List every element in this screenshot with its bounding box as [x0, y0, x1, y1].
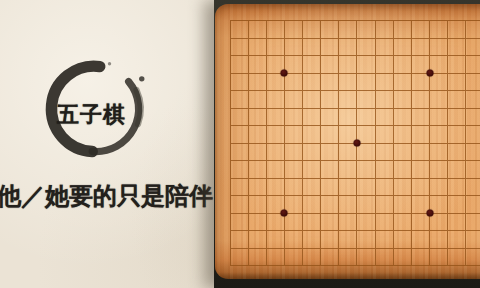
board-cell[interactable]	[231, 56, 249, 74]
board-cell[interactable]	[321, 196, 339, 214]
board-cell[interactable]	[448, 74, 466, 92]
board-cell[interactable]	[412, 231, 430, 249]
star-point	[426, 210, 433, 217]
board-cell[interactable]	[430, 144, 448, 162]
board-cell[interactable]	[249, 179, 267, 197]
board-cell[interactable]	[376, 109, 394, 127]
board-cell[interactable]	[394, 179, 412, 197]
board-cell[interactable]	[466, 179, 480, 197]
star-point	[426, 69, 433, 76]
board-cell[interactable]	[231, 179, 249, 197]
board-cell[interactable]	[394, 21, 412, 39]
board-intersections	[230, 20, 480, 266]
board-cell[interactable]	[321, 74, 339, 92]
board-cell[interactable]	[249, 249, 267, 267]
board-cell[interactable]	[466, 144, 480, 162]
board-cell[interactable]	[376, 161, 394, 179]
board-cell[interactable]	[339, 231, 357, 249]
board-cell[interactable]	[231, 21, 249, 39]
star-point	[281, 69, 288, 76]
board-cell[interactable]	[285, 126, 303, 144]
board-cell[interactable]	[412, 126, 430, 144]
board-cell[interactable]	[249, 231, 267, 249]
board-cell[interactable]	[412, 91, 430, 109]
app-title: 五子棋	[57, 100, 147, 130]
board-cell[interactable]	[303, 196, 321, 214]
board-cell[interactable]	[430, 126, 448, 144]
board-cell[interactable]	[249, 144, 267, 162]
board-cell[interactable]	[466, 126, 480, 144]
board-cell[interactable]	[430, 231, 448, 249]
board-cell[interactable]	[430, 249, 448, 267]
board-cell[interactable]	[249, 214, 267, 232]
board-cell[interactable]	[466, 74, 480, 92]
board-cell[interactable]	[376, 39, 394, 57]
board-cell[interactable]	[231, 196, 249, 214]
board-cell[interactable]	[394, 161, 412, 179]
star-point	[354, 140, 361, 147]
board-cell[interactable]	[267, 249, 285, 267]
board-cell[interactable]	[285, 109, 303, 127]
board-cell[interactable]	[448, 126, 466, 144]
board-cell[interactable]	[231, 144, 249, 162]
board-cell[interactable]	[339, 161, 357, 179]
board-cell[interactable]	[339, 196, 357, 214]
board-cell[interactable]	[412, 39, 430, 57]
board-cell[interactable]	[430, 214, 448, 232]
board-cell[interactable]	[267, 109, 285, 127]
board-cell[interactable]	[412, 161, 430, 179]
board-cell[interactable]	[321, 161, 339, 179]
board-cell[interactable]	[267, 231, 285, 249]
board-cell[interactable]	[303, 144, 321, 162]
board-cell[interactable]	[285, 179, 303, 197]
board-cell[interactable]	[466, 109, 480, 127]
board-cell[interactable]	[394, 126, 412, 144]
board-cell[interactable]	[466, 91, 480, 109]
board-cell[interactable]	[376, 21, 394, 39]
board-cell[interactable]	[321, 21, 339, 39]
board-cell[interactable]	[394, 74, 412, 92]
board-cell[interactable]	[376, 214, 394, 232]
board-cell[interactable]	[430, 179, 448, 197]
board-cell[interactable]	[321, 231, 339, 249]
board-cell[interactable]	[412, 21, 430, 39]
board-cell[interactable]	[466, 56, 480, 74]
board-cell[interactable]	[448, 161, 466, 179]
board-cell[interactable]	[357, 231, 375, 249]
board-cell[interactable]	[376, 249, 394, 267]
board-cell[interactable]	[321, 179, 339, 197]
board-cell[interactable]	[231, 161, 249, 179]
board-cell[interactable]	[267, 91, 285, 109]
board-cell[interactable]	[267, 39, 285, 57]
board-cell[interactable]	[357, 249, 375, 267]
board-cell[interactable]	[394, 109, 412, 127]
board-cell[interactable]	[357, 74, 375, 92]
board-cell[interactable]	[321, 144, 339, 162]
board-cell[interactable]	[376, 74, 394, 92]
board-cell[interactable]	[394, 196, 412, 214]
board-cell[interactable]	[448, 56, 466, 74]
board-cell[interactable]	[357, 56, 375, 74]
board-cell[interactable]	[412, 179, 430, 197]
title-panel: 五子棋 他／她要的只是陪伴	[0, 0, 215, 288]
board-cell[interactable]	[357, 39, 375, 57]
board-cell[interactable]	[321, 126, 339, 144]
board-cell[interactable]	[394, 91, 412, 109]
board-cell[interactable]	[303, 109, 321, 127]
board-cell[interactable]	[357, 21, 375, 39]
board-cell[interactable]	[249, 161, 267, 179]
board-cell[interactable]	[412, 249, 430, 267]
board-cell[interactable]	[303, 214, 321, 232]
gomoku-board[interactable]	[215, 4, 480, 279]
board-cell[interactable]	[303, 161, 321, 179]
board-cell[interactable]	[249, 126, 267, 144]
gomoku-intro-screen: 五子棋 他／她要的只是陪伴	[0, 0, 480, 288]
board-cell[interactable]	[448, 21, 466, 39]
board-cell[interactable]	[466, 161, 480, 179]
board-cell[interactable]	[303, 74, 321, 92]
board-cell[interactable]	[249, 109, 267, 127]
board-cell[interactable]	[376, 91, 394, 109]
board-cell[interactable]	[231, 39, 249, 57]
board-cell[interactable]	[267, 74, 285, 92]
board-cell[interactable]	[231, 126, 249, 144]
board-cell[interactable]	[231, 249, 249, 267]
board-cell[interactable]	[376, 56, 394, 74]
board-cell[interactable]	[303, 56, 321, 74]
board-cell[interactable]	[303, 91, 321, 109]
board-cell[interactable]	[339, 56, 357, 74]
board-cell[interactable]	[466, 231, 480, 249]
board-cell[interactable]	[231, 91, 249, 109]
board-cell[interactable]	[394, 249, 412, 267]
board-cell[interactable]	[285, 74, 303, 92]
board-cell[interactable]	[303, 21, 321, 39]
board-cell[interactable]	[376, 126, 394, 144]
board-cell[interactable]	[376, 179, 394, 197]
board-cell[interactable]	[448, 249, 466, 267]
board-cell[interactable]	[466, 249, 480, 267]
board-cell[interactable]	[430, 109, 448, 127]
board-cell[interactable]	[430, 161, 448, 179]
board-cell[interactable]	[339, 249, 357, 267]
board-cell[interactable]	[394, 144, 412, 162]
board-cell[interactable]	[466, 39, 480, 57]
board-cell[interactable]	[448, 144, 466, 162]
board-cell[interactable]	[339, 39, 357, 57]
board-cell[interactable]	[285, 231, 303, 249]
board-cell[interactable]	[394, 56, 412, 74]
board-cell[interactable]	[321, 39, 339, 57]
board-cell[interactable]	[249, 74, 267, 92]
board-cell[interactable]	[249, 39, 267, 57]
board-cell[interactable]	[339, 91, 357, 109]
board-cell[interactable]	[285, 39, 303, 57]
board-cell[interactable]	[412, 144, 430, 162]
board-cell[interactable]	[267, 161, 285, 179]
board-cell[interactable]	[303, 39, 321, 57]
board-cell[interactable]	[448, 109, 466, 127]
tagline-text: 他／她要的只是陪伴	[0, 180, 227, 212]
board-cell[interactable]	[412, 74, 430, 92]
board-cell[interactable]	[430, 91, 448, 109]
board-cell[interactable]	[321, 249, 339, 267]
board-cell[interactable]	[376, 144, 394, 162]
board-cell[interactable]	[357, 91, 375, 109]
board-cell[interactable]	[430, 39, 448, 57]
board-cell[interactable]	[448, 179, 466, 197]
board-cell[interactable]	[394, 214, 412, 232]
board-cell[interactable]	[357, 179, 375, 197]
board-cell[interactable]	[249, 21, 267, 39]
board-cell[interactable]	[303, 231, 321, 249]
board-cell[interactable]	[285, 196, 303, 214]
board-cell[interactable]	[267, 179, 285, 197]
board-cell[interactable]	[321, 56, 339, 74]
board-cell[interactable]	[448, 39, 466, 57]
board-cell[interactable]	[285, 249, 303, 267]
board-cell[interactable]	[339, 21, 357, 39]
board-cell[interactable]	[267, 21, 285, 39]
board-cell[interactable]	[394, 39, 412, 57]
board-cell[interactable]	[357, 109, 375, 127]
board-cell[interactable]	[231, 109, 249, 127]
board-cell[interactable]	[357, 196, 375, 214]
star-point	[281, 210, 288, 217]
board-cell[interactable]	[448, 214, 466, 232]
board-cell[interactable]	[231, 214, 249, 232]
board-cell[interactable]	[249, 56, 267, 74]
board-cell[interactable]	[285, 21, 303, 39]
board-cell[interactable]	[339, 214, 357, 232]
board-cell[interactable]	[448, 196, 466, 214]
board-cell[interactable]	[249, 196, 267, 214]
board-cell[interactable]	[430, 21, 448, 39]
board-cell[interactable]	[231, 231, 249, 249]
board-cell[interactable]	[267, 126, 285, 144]
board-cell[interactable]	[249, 91, 267, 109]
board-cell[interactable]	[357, 214, 375, 232]
board-cell[interactable]	[466, 196, 480, 214]
board-cell[interactable]	[357, 144, 375, 162]
board-cell[interactable]	[466, 214, 480, 232]
board-cell[interactable]	[321, 91, 339, 109]
board-cell[interactable]	[285, 161, 303, 179]
board-cell[interactable]	[339, 109, 357, 127]
board-cell[interactable]	[376, 196, 394, 214]
board-cell[interactable]	[430, 74, 448, 92]
board-cell[interactable]	[231, 74, 249, 92]
board-cell[interactable]	[285, 91, 303, 109]
board-cell[interactable]	[448, 91, 466, 109]
board-cell[interactable]	[466, 21, 480, 39]
board-cell[interactable]	[321, 109, 339, 127]
board-cell[interactable]	[303, 179, 321, 197]
board-cell[interactable]	[321, 214, 339, 232]
board-cell[interactable]	[285, 56, 303, 74]
board-cell[interactable]	[285, 144, 303, 162]
board-cell[interactable]	[339, 179, 357, 197]
board-cell[interactable]	[412, 109, 430, 127]
board-cell[interactable]	[339, 74, 357, 92]
board-cell[interactable]	[357, 161, 375, 179]
board-cell[interactable]	[303, 249, 321, 267]
board-cell[interactable]	[267, 144, 285, 162]
board-cell[interactable]	[285, 214, 303, 232]
board-cell[interactable]	[448, 231, 466, 249]
board-cell[interactable]	[303, 126, 321, 144]
board-cell[interactable]	[376, 231, 394, 249]
board-cell[interactable]	[394, 231, 412, 249]
